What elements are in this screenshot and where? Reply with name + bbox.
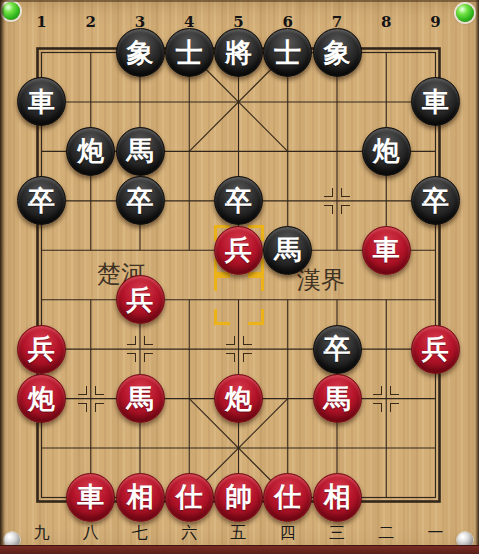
file-label-bottom: 九 — [34, 523, 50, 544]
file-label-bottom: 四 — [280, 523, 296, 544]
piece-red-1-8[interactable]: 炮 — [17, 374, 66, 423]
file-label-bottom: 三 — [329, 523, 345, 544]
file-label-bottom: 二 — [378, 523, 394, 544]
file-label-bottom: 五 — [231, 523, 247, 544]
piece-black-6-1[interactable]: 士 — [263, 28, 312, 77]
file-label-bottom: 一 — [428, 523, 444, 544]
board-edge-top — [0, 0, 479, 2]
piece-red-7-8[interactable]: 馬 — [313, 374, 362, 423]
piece-black-3-1[interactable]: 象 — [116, 28, 165, 77]
piece-black-4-1[interactable]: 士 — [165, 28, 214, 77]
piece-red-1-7[interactable]: 兵 — [17, 325, 66, 374]
piece-black-3-3[interactable]: 馬 — [116, 127, 165, 176]
piece-black-5-4[interactable]: 卒 — [214, 176, 263, 225]
piece-red-2-10[interactable]: 車 — [66, 473, 115, 522]
piece-red-9-7[interactable]: 兵 — [411, 325, 460, 374]
point-marker — [324, 188, 350, 214]
piece-black-1-2[interactable]: 車 — [17, 77, 66, 126]
last-move-from-marker — [214, 275, 264, 325]
piece-red-7-10[interactable]: 相 — [313, 473, 362, 522]
piece-red-3-6[interactable]: 兵 — [116, 275, 165, 324]
file-label-bottom: 六 — [181, 523, 197, 544]
piece-black-5-1[interactable]: 將 — [214, 28, 263, 77]
board-edge-right — [475, 0, 479, 554]
piece-red-5-8[interactable]: 炮 — [214, 374, 263, 423]
file-label-top: 1 — [36, 13, 46, 31]
board-edge-bottom — [0, 545, 479, 554]
file-label-top: 9 — [430, 13, 440, 31]
piece-red-8-5[interactable]: 車 — [362, 226, 411, 275]
xiangqi-board: 楚河 漢界 象士將士象車車炮馬炮卒卒卒卒兵馬車兵兵卒兵炮馬炮馬車相仕帥仕相 12… — [0, 0, 479, 554]
piece-red-3-8[interactable]: 馬 — [116, 374, 165, 423]
piece-black-8-3[interactable]: 炮 — [362, 127, 411, 176]
piece-red-5-10[interactable]: 帥 — [214, 473, 263, 522]
piece-red-6-10[interactable]: 仕 — [263, 473, 312, 522]
file-label-bottom: 八 — [83, 523, 99, 544]
piece-black-9-4[interactable]: 卒 — [411, 176, 460, 225]
piece-black-7-7[interactable]: 卒 — [313, 325, 362, 374]
file-label-top: 2 — [86, 13, 96, 31]
point-marker — [373, 386, 399, 412]
piece-black-7-1[interactable]: 象 — [313, 28, 362, 77]
piece-black-3-4[interactable]: 卒 — [116, 176, 165, 225]
piece-black-2-3[interactable]: 炮 — [66, 127, 115, 176]
file-label-bottom: 七 — [132, 523, 148, 544]
point-marker — [226, 336, 252, 362]
indicator-ball-top-right — [456, 4, 474, 22]
piece-black-6-5[interactable]: 馬 — [263, 226, 312, 275]
piece-black-1-4[interactable]: 卒 — [17, 176, 66, 225]
file-label-top: 8 — [381, 13, 391, 31]
piece-red-4-10[interactable]: 仕 — [165, 473, 214, 522]
piece-grid: 象士將士象車車炮馬炮卒卒卒卒兵馬車兵兵卒兵炮馬炮馬車相仕帥仕相 — [17, 28, 460, 522]
piece-red-3-10[interactable]: 相 — [116, 473, 165, 522]
piece-red-5-5[interactable]: 兵 — [214, 226, 263, 275]
board-edge-left — [0, 0, 5, 554]
point-marker — [127, 336, 153, 362]
point-marker — [78, 386, 104, 412]
piece-black-9-2[interactable]: 車 — [411, 77, 460, 126]
